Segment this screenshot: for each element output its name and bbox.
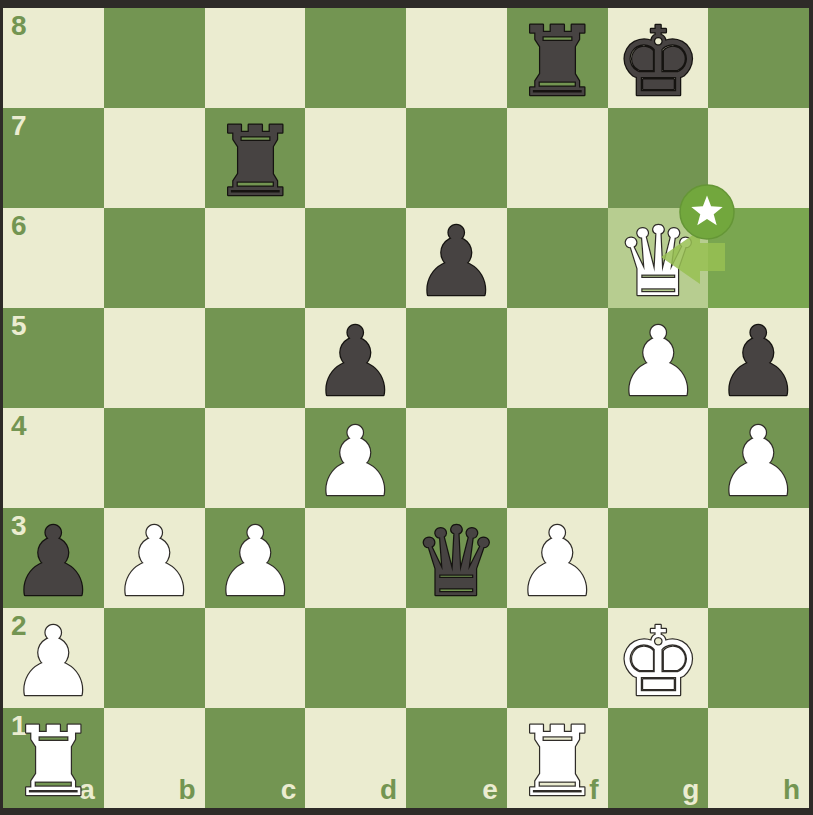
- svg-text:♟: ♟: [716, 408, 802, 508]
- white-rook[interactable]: ♜: [507, 708, 608, 808]
- white-pawn[interactable]: ♟: [205, 508, 306, 608]
- square-b5[interactable]: [104, 308, 205, 408]
- white-pawn[interactable]: ♟: [608, 308, 709, 408]
- square-e4[interactable]: [406, 408, 507, 508]
- black-rook[interactable]: ♜: [205, 108, 306, 208]
- white-king[interactable]: ♚: [608, 608, 709, 708]
- rank-label-7: 7: [11, 112, 27, 140]
- svg-text:♛: ♛: [413, 508, 499, 608]
- square-f5[interactable]: [507, 308, 608, 408]
- square-a8[interactable]: 8: [3, 8, 104, 108]
- svg-text:♟: ♟: [313, 408, 399, 508]
- square-h3[interactable]: [708, 508, 809, 608]
- svg-text:♟: ♟: [111, 508, 197, 608]
- square-b1[interactable]: b: [104, 708, 205, 808]
- svg-text:♚: ♚: [615, 8, 701, 108]
- rank-label-4: 4: [11, 412, 27, 440]
- black-pawn[interactable]: ♟: [708, 308, 809, 408]
- square-h4[interactable]: ♟: [708, 408, 809, 508]
- square-e6[interactable]: ♟: [406, 208, 507, 308]
- square-b4[interactable]: [104, 408, 205, 508]
- white-pawn[interactable]: ♟: [507, 508, 608, 608]
- black-king[interactable]: ♚: [608, 8, 709, 108]
- svg-text:♟: ♟: [313, 308, 399, 408]
- svg-text:♟: ♟: [413, 208, 499, 308]
- square-f3[interactable]: ♟: [507, 508, 608, 608]
- square-h1[interactable]: h: [708, 708, 809, 808]
- square-b6[interactable]: [104, 208, 205, 308]
- square-h8[interactable]: [708, 8, 809, 108]
- square-f6[interactable]: [507, 208, 608, 308]
- svg-text:♟: ♟: [716, 308, 802, 408]
- svg-text:♟: ♟: [10, 608, 96, 708]
- square-g6[interactable]: ♛: [608, 208, 709, 308]
- square-f8[interactable]: ♜: [507, 8, 608, 108]
- square-b3[interactable]: ♟: [104, 508, 205, 608]
- square-d8[interactable]: [305, 8, 406, 108]
- square-e2[interactable]: [406, 608, 507, 708]
- square-d7[interactable]: [305, 108, 406, 208]
- square-d1[interactable]: d: [305, 708, 406, 808]
- svg-text:♟: ♟: [10, 508, 96, 608]
- square-g1[interactable]: g: [608, 708, 709, 808]
- page-background: { "game": "chess", "board_theme": "green…: [0, 0, 813, 815]
- square-b8[interactable]: [104, 8, 205, 108]
- rank-label-8: 8: [11, 12, 27, 40]
- rank-label-5: 5: [11, 312, 27, 340]
- white-pawn[interactable]: ♟: [104, 508, 205, 608]
- square-g5[interactable]: ♟: [608, 308, 709, 408]
- file-label-g: g: [682, 776, 699, 804]
- square-a2[interactable]: 2♟: [3, 608, 104, 708]
- svg-text:♜: ♜: [514, 8, 600, 108]
- black-pawn[interactable]: ♟: [406, 208, 507, 308]
- white-rook[interactable]: ♜: [3, 708, 104, 808]
- square-a3[interactable]: 3♟: [3, 508, 104, 608]
- svg-text:♟: ♟: [615, 308, 701, 408]
- square-d2[interactable]: [305, 608, 406, 708]
- black-queen[interactable]: ♛: [406, 508, 507, 608]
- square-a1[interactable]: 1a♜: [3, 708, 104, 808]
- white-pawn[interactable]: ♟: [3, 608, 104, 708]
- square-h5[interactable]: ♟: [708, 308, 809, 408]
- black-pawn[interactable]: ♟: [305, 308, 406, 408]
- square-c6[interactable]: [205, 208, 306, 308]
- svg-text:♛: ♛: [615, 208, 701, 308]
- square-c3[interactable]: ♟: [205, 508, 306, 608]
- white-pawn[interactable]: ♟: [305, 408, 406, 508]
- square-c1[interactable]: c: [205, 708, 306, 808]
- square-c4[interactable]: [205, 408, 306, 508]
- square-d6[interactable]: [305, 208, 406, 308]
- svg-text:♟: ♟: [514, 508, 600, 608]
- square-e3[interactable]: ♛: [406, 508, 507, 608]
- black-rook[interactable]: ♜: [507, 8, 608, 108]
- square-a6[interactable]: 6: [3, 208, 104, 308]
- white-queen[interactable]: ♛: [608, 208, 709, 308]
- white-pawn[interactable]: ♟: [708, 408, 809, 508]
- square-e5[interactable]: [406, 308, 507, 408]
- square-g4[interactable]: [608, 408, 709, 508]
- square-a7[interactable]: 7: [3, 108, 104, 208]
- square-e8[interactable]: [406, 8, 507, 108]
- svg-text:♟: ♟: [212, 508, 298, 608]
- rank-label-6: 6: [11, 212, 27, 240]
- square-f1[interactable]: f♜: [507, 708, 608, 808]
- square-f4[interactable]: [507, 408, 608, 508]
- square-d5[interactable]: ♟: [305, 308, 406, 408]
- svg-text:♜: ♜: [10, 708, 96, 808]
- square-c5[interactable]: [205, 308, 306, 408]
- square-g2[interactable]: ♚: [608, 608, 709, 708]
- square-c8[interactable]: [205, 8, 306, 108]
- file-label-h: h: [783, 776, 800, 804]
- square-e7[interactable]: [406, 108, 507, 208]
- square-f7[interactable]: [507, 108, 608, 208]
- square-e1[interactable]: e: [406, 708, 507, 808]
- square-b7[interactable]: [104, 108, 205, 208]
- square-a5[interactable]: 5: [3, 308, 104, 408]
- square-f2[interactable]: [507, 608, 608, 708]
- square-b2[interactable]: [104, 608, 205, 708]
- square-h7[interactable]: [708, 108, 809, 208]
- file-label-d: d: [380, 776, 397, 804]
- square-a4[interactable]: 4: [3, 408, 104, 508]
- chess-board: 8♜♚7♜6♟♛5♟♟♟4♟♟3♟♟♟♛♟2♟♚1a♜bcdef♜gh: [3, 8, 809, 808]
- file-label-b: b: [178, 776, 195, 804]
- square-c7[interactable]: ♜: [205, 108, 306, 208]
- square-g7[interactable]: [608, 108, 709, 208]
- square-h2[interactable]: [708, 608, 809, 708]
- black-pawn[interactable]: ♟: [3, 508, 104, 608]
- square-h6[interactable]: [708, 208, 809, 308]
- square-c2[interactable]: [205, 608, 306, 708]
- square-g8[interactable]: ♚: [608, 8, 709, 108]
- file-label-c: c: [281, 776, 297, 804]
- file-label-e: e: [482, 776, 498, 804]
- svg-text:♜: ♜: [212, 108, 298, 208]
- svg-text:♜: ♜: [514, 708, 600, 808]
- svg-text:♚: ♚: [615, 608, 701, 708]
- square-d4[interactable]: ♟: [305, 408, 406, 508]
- square-g3[interactable]: [608, 508, 709, 608]
- square-d3[interactable]: [305, 508, 406, 608]
